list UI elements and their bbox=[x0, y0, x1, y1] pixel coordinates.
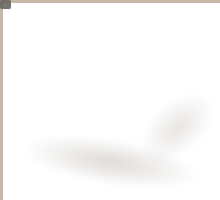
chess-board bbox=[0, 0, 220, 200]
fold-seam bbox=[0, 0, 220, 3]
hinge-right-icon bbox=[0, 0, 11, 9]
chess-set-photo bbox=[0, 0, 220, 200]
